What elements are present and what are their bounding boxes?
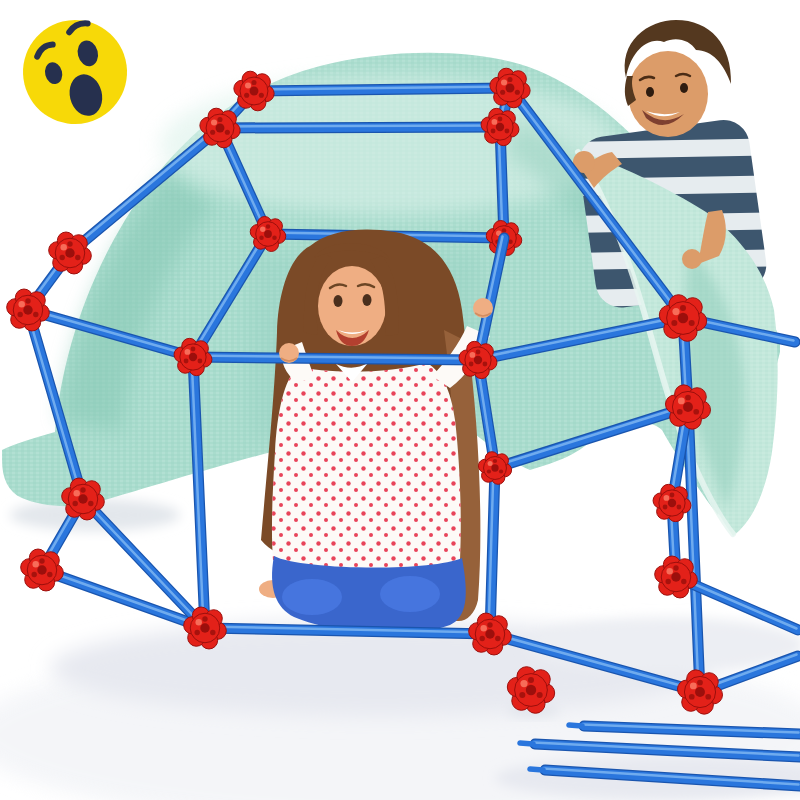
boy-left-eye [646, 87, 654, 97]
girl-left-eye [334, 295, 343, 307]
red-connector [49, 232, 92, 274]
girl-right-hand [473, 298, 493, 318]
screenshot-root [0, 0, 800, 800]
blue-rod [192, 356, 479, 361]
blue-rod [253, 87, 511, 92]
wow-emoji-icon [12, 9, 138, 135]
girl-left-hand [279, 343, 299, 363]
blue-rod [219, 126, 501, 129]
girl-face [318, 266, 386, 346]
red-connector [21, 549, 64, 591]
boy-right-hand [682, 249, 702, 269]
red-connector [7, 289, 50, 331]
girl-shirt-dots [272, 363, 461, 571]
blue-rod [489, 467, 496, 635]
blue-rod [204, 627, 491, 635]
girl-right-knee [380, 576, 440, 612]
red-connector [653, 484, 691, 521]
girl [259, 230, 490, 633]
boy-right-eye [680, 83, 688, 93]
girl-right-eye [363, 294, 372, 306]
red-connector [478, 452, 511, 485]
girl-left-knee [282, 579, 342, 615]
fort-kit-product-photo [0, 0, 800, 800]
